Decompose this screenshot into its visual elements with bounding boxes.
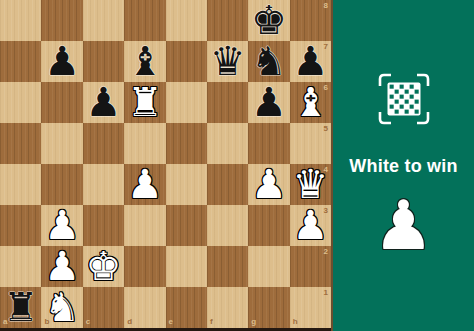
square-d3[interactable] [124,205,165,246]
file-label-d: d [127,318,132,326]
square-e2[interactable] [166,246,207,287]
square-a2[interactable] [0,246,41,287]
square-b3[interactable]: ♟ [41,205,82,246]
square-h7[interactable]: 7♟ [290,41,331,82]
square-c5[interactable] [83,123,124,164]
piece-white-queen-h4[interactable]: ♛ [292,164,328,204]
square-a8[interactable] [0,0,41,41]
square-f3[interactable] [207,205,248,246]
square-g6[interactable]: ♟ [248,82,289,123]
square-h5[interactable]: 5 [290,123,331,164]
board-scan-icon [377,72,431,126]
square-a5[interactable] [0,123,41,164]
square-d6[interactable]: ♜ [124,82,165,123]
piece-white-pawn-d4[interactable]: ♟ [127,164,163,204]
square-e1[interactable]: e [166,287,207,328]
square-g4[interactable]: ♟ [248,164,289,205]
square-d4[interactable]: ♟ [124,164,165,205]
square-g7[interactable]: ♞ [248,41,289,82]
square-a6[interactable] [0,82,41,123]
square-d7[interactable]: ♝ [124,41,165,82]
square-b5[interactable] [41,123,82,164]
square-g3[interactable] [248,205,289,246]
piece-white-pawn-g4[interactable]: ♟ [251,164,287,204]
square-c1[interactable]: c [83,287,124,328]
square-g2[interactable] [248,246,289,287]
file-label-f: f [210,318,213,326]
square-b1[interactable]: b♞ [41,287,82,328]
square-e6[interactable] [166,82,207,123]
rank-label-2: 2 [324,248,328,256]
square-a4[interactable] [0,164,41,205]
square-c3[interactable] [83,205,124,246]
square-f2[interactable] [207,246,248,287]
square-b2[interactable]: ♟ [41,246,82,287]
piece-black-bishop-d7[interactable]: ♝ [127,41,163,81]
piece-white-bishop-h6[interactable]: ♝ [292,82,328,122]
square-b6[interactable] [41,82,82,123]
square-c6[interactable]: ♟ [83,82,124,123]
square-d8[interactable] [124,0,165,41]
square-d1[interactable]: d [124,287,165,328]
square-d5[interactable] [124,123,165,164]
piece-black-pawn-c6[interactable]: ♟ [86,82,122,122]
square-f7[interactable]: ♛ [207,41,248,82]
square-g5[interactable] [248,123,289,164]
square-d2[interactable] [124,246,165,287]
piece-black-king-g8[interactable]: ♚ [251,0,287,40]
puzzle-card: ♚8♟♝♛♞7♟♟♜♟6♝5♟♟4♛♟3♟♟♚2a♜b♞cdefg1h Whit… [0,0,474,331]
rank-label-8: 8 [324,2,328,10]
piece-black-queen-f7[interactable]: ♛ [210,41,246,81]
square-g8[interactable]: ♚ [248,0,289,41]
square-e8[interactable] [166,0,207,41]
chess-board: ♚8♟♝♛♞7♟♟♜♟6♝5♟♟4♛♟3♟♟♚2a♜b♞cdefg1h [0,0,331,328]
piece-black-pawn-h7[interactable]: ♟ [292,41,328,81]
square-h6[interactable]: 6♝ [290,82,331,123]
square-h1[interactable]: 1h [290,287,331,328]
piece-white-pawn-b3[interactable]: ♟ [44,205,80,245]
square-b7[interactable]: ♟ [41,41,82,82]
square-b4[interactable] [41,164,82,205]
file-label-g: g [251,318,256,326]
square-f6[interactable] [207,82,248,123]
square-e5[interactable] [166,123,207,164]
square-e7[interactable] [166,41,207,82]
piece-white-pawn-h3[interactable]: ♟ [292,205,328,245]
square-f1[interactable]: f [207,287,248,328]
file-label-c: c [86,318,90,326]
rank-label-5: 5 [324,125,328,133]
square-c4[interactable] [83,164,124,205]
piece-white-knight-b1[interactable]: ♞ [44,287,80,327]
square-f8[interactable] [207,0,248,41]
piece-black-pawn-g6[interactable]: ♟ [251,82,287,122]
square-b8[interactable] [41,0,82,41]
piece-black-knight-g7[interactable]: ♞ [251,41,287,81]
piece-white-king-c2[interactable]: ♚ [86,246,122,286]
square-e3[interactable] [166,205,207,246]
square-g1[interactable]: g [248,287,289,328]
square-c7[interactable] [83,41,124,82]
square-h2[interactable]: 2 [290,246,331,287]
piece-black-pawn-b7[interactable]: ♟ [44,41,80,81]
square-c8[interactable] [83,0,124,41]
square-h4[interactable]: 4♛ [290,164,331,205]
square-a1[interactable]: a♜ [0,287,41,328]
square-a7[interactable] [0,41,41,82]
file-label-e: e [169,318,173,326]
piece-black-rook-a1[interactable]: ♜ [3,287,39,327]
square-h8[interactable]: 8 [290,0,331,41]
rank-label-1: 1 [324,289,328,297]
square-h3[interactable]: 3♟ [290,205,331,246]
chess-board-area: ♚8♟♝♛♞7♟♟♜♟6♝5♟♟4♛♟3♟♟♚2a♜b♞cdefg1h [0,0,333,331]
piece-white-pawn-b2[interactable]: ♟ [44,246,80,286]
square-f5[interactable] [207,123,248,164]
side-panel: White to win ♟ [333,0,474,331]
square-a3[interactable] [0,205,41,246]
white-pawn-icon: ♟ [373,195,434,256]
square-f4[interactable] [207,164,248,205]
square-e4[interactable] [166,164,207,205]
piece-white-rook-d6[interactable]: ♜ [127,82,163,122]
file-label-h: h [293,318,298,326]
square-c2[interactable]: ♚ [83,246,124,287]
puzzle-caption: White to win [349,156,457,177]
